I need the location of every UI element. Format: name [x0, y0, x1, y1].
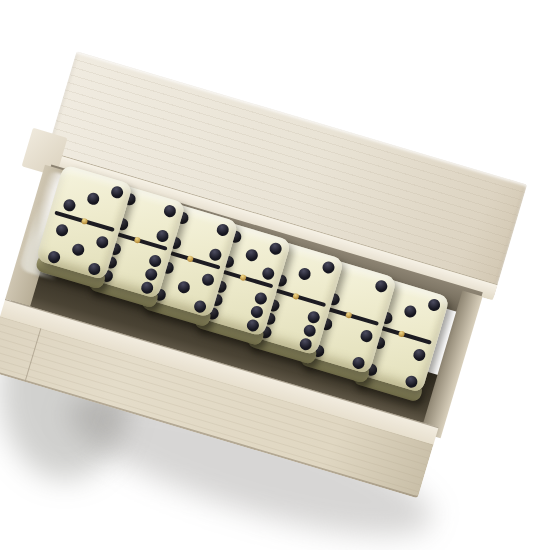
product-photo-dominoes-box — [0, 0, 550, 550]
pip — [55, 223, 70, 238]
pip — [215, 222, 230, 237]
pip — [374, 279, 389, 294]
pip — [47, 250, 62, 265]
pip — [403, 304, 418, 319]
pip — [162, 204, 177, 219]
pip — [245, 318, 260, 333]
pip — [359, 329, 374, 344]
pip — [95, 235, 110, 250]
pip — [110, 185, 125, 200]
pip — [87, 262, 102, 277]
pip — [253, 291, 268, 306]
pip — [148, 254, 163, 269]
pip — [86, 191, 101, 206]
pip — [155, 229, 170, 244]
pip — [427, 298, 442, 313]
pip — [193, 299, 208, 314]
pip — [208, 247, 223, 262]
pip — [261, 266, 276, 281]
pip — [244, 248, 259, 263]
pip — [351, 356, 366, 371]
pip — [404, 374, 419, 389]
pip — [268, 241, 283, 256]
pip — [298, 337, 313, 352]
pip — [302, 323, 317, 338]
pip — [412, 347, 427, 362]
pip — [176, 280, 191, 295]
pip — [201, 272, 216, 287]
pip — [71, 242, 86, 257]
pip — [297, 267, 312, 282]
pip — [144, 267, 159, 282]
pip — [306, 310, 321, 325]
pip — [62, 198, 77, 213]
pip — [249, 305, 264, 320]
pip — [140, 280, 155, 295]
pip — [321, 260, 336, 275]
